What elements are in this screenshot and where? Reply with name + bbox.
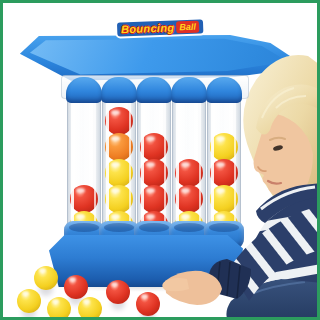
tube-cap-4	[171, 77, 207, 103]
loose-yellow-ball	[47, 297, 71, 320]
yellow-ball	[105, 159, 133, 187]
loose-yellow-ball	[34, 266, 58, 290]
child-body	[153, 183, 320, 320]
red-ball	[140, 133, 168, 161]
loose-yellow-ball	[78, 297, 102, 320]
tube-column-2[interactable]	[102, 99, 136, 241]
tube-cap-2	[101, 77, 137, 103]
product-photo: Bouncing Ball	[0, 0, 320, 320]
tube-cap-3	[136, 77, 172, 103]
logo-sticker: Bouncing Ball	[115, 17, 205, 38]
orange-ball	[105, 133, 133, 161]
yellow-ball	[105, 185, 133, 213]
logo-text-bouncing: Bouncing	[121, 22, 175, 36]
loose-red-ball	[64, 275, 88, 299]
red-ball	[70, 185, 98, 213]
tube-cap-1	[66, 77, 102, 103]
tube-cap-5	[206, 77, 242, 103]
loose-red-ball	[106, 280, 130, 304]
pointing-finger	[162, 278, 189, 291]
tube-column-1[interactable]	[67, 99, 101, 241]
logo-text-ball: Ball	[176, 21, 199, 34]
yellow-ball	[210, 133, 238, 161]
red-ball	[105, 107, 133, 135]
loose-yellow-ball	[17, 289, 41, 313]
